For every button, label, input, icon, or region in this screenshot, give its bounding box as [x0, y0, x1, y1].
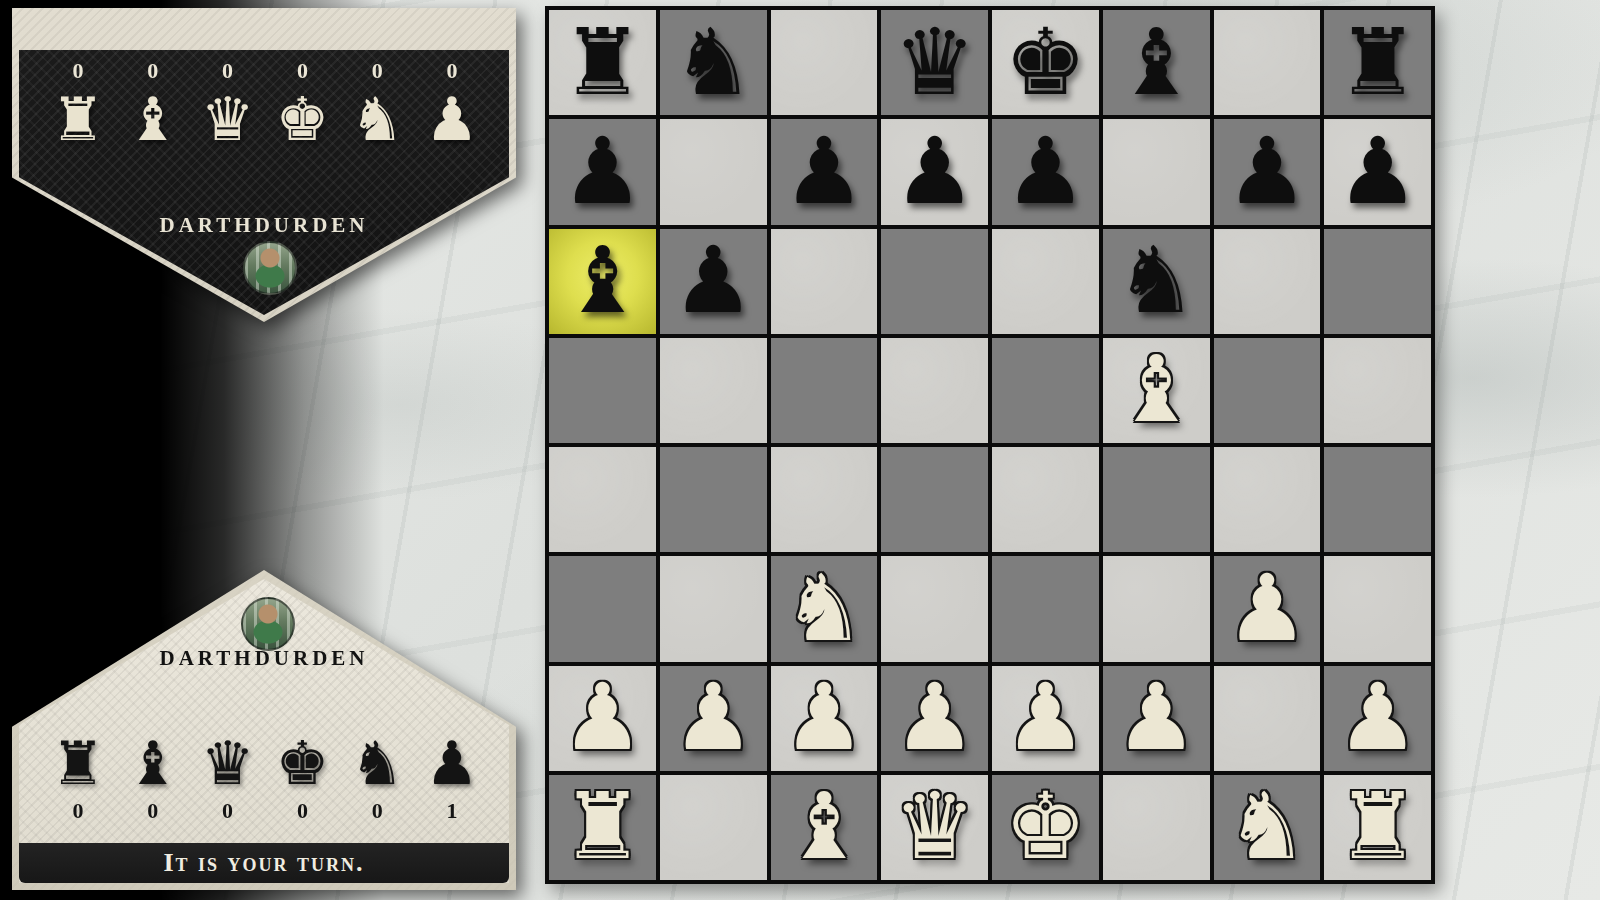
captured-count-rook: 0: [73, 796, 84, 826]
chess-board: ♜♞♛♚♝♜♟♟♟♟♟♟♝♟♞♝♞♟♟♟♟♟♟♟♟♜♝♛♚♞♜: [545, 6, 1435, 884]
white-king-icon: ♚: [275, 86, 329, 152]
square-f1[interactable]: [1103, 775, 1210, 880]
piece-black-pawn: ♟: [1336, 126, 1418, 218]
piece-white-bishop: ♝: [1115, 344, 1197, 436]
square-g4[interactable]: [1214, 447, 1321, 552]
square-e6[interactable]: [992, 229, 1099, 334]
captured-count-pawn: 1: [446, 796, 457, 826]
captured-count-king: 0: [297, 796, 308, 826]
piece-white-bishop: ♝: [783, 781, 865, 873]
square-h1[interactable]: ♜: [1324, 775, 1431, 880]
square-e1[interactable]: ♚: [992, 775, 1099, 880]
piece-white-pawn: ♟: [672, 672, 754, 764]
piece-white-queen: ♛: [893, 781, 975, 873]
piece-black-pawn: ♟: [893, 126, 975, 218]
square-e4[interactable]: [992, 447, 1099, 552]
player-name: DARTHDURDEN: [12, 646, 516, 671]
piece-white-rook: ♜: [1336, 781, 1418, 873]
square-h7[interactable]: ♟: [1324, 119, 1431, 224]
square-d7[interactable]: ♟: [881, 119, 988, 224]
opponent-name: DARTHDURDEN: [12, 213, 516, 238]
square-f8[interactable]: ♝: [1103, 10, 1210, 115]
square-a5[interactable]: [549, 338, 656, 443]
turn-status-bar: It is your turn.: [19, 843, 509, 883]
square-c5[interactable]: [771, 338, 878, 443]
black-queen-icon: ♛: [201, 730, 255, 796]
square-c8[interactable]: [771, 10, 878, 115]
square-b8[interactable]: ♞: [660, 10, 767, 115]
square-d6[interactable]: [881, 229, 988, 334]
piece-white-king: ♚: [1004, 781, 1086, 873]
square-e7[interactable]: ♟: [992, 119, 1099, 224]
square-f7[interactable]: [1103, 119, 1210, 224]
square-c2[interactable]: ♟: [771, 666, 878, 771]
square-b6[interactable]: ♟: [660, 229, 767, 334]
piece-white-pawn: ♟: [1115, 672, 1197, 764]
piece-black-knight: ♞: [1115, 235, 1197, 327]
opponent-panel: 0♜0♝0♛0♚0♞0♟ DARTHDURDEN: [12, 8, 516, 322]
captured-count-pawn: 0: [446, 56, 457, 86]
square-c7[interactable]: ♟: [771, 119, 878, 224]
square-c6[interactable]: [771, 229, 878, 334]
square-f2[interactable]: ♟: [1103, 666, 1210, 771]
square-b4[interactable]: [660, 447, 767, 552]
black-rook-icon: ♜: [51, 730, 105, 796]
opponent-captured-tray: 0♜0♝0♛0♚0♞0♟: [12, 56, 516, 152]
square-h3[interactable]: [1324, 556, 1431, 661]
square-d4[interactable]: [881, 447, 988, 552]
square-h5[interactable]: [1324, 338, 1431, 443]
square-e2[interactable]: ♟: [992, 666, 1099, 771]
square-h4[interactable]: [1324, 447, 1431, 552]
piece-black-bishop: ♝: [561, 235, 643, 327]
piece-white-pawn: ♟: [1226, 563, 1308, 655]
white-knight-capture-slot: 0♞: [341, 56, 413, 152]
square-a6[interactable]: ♝: [549, 229, 656, 334]
square-c3[interactable]: ♞: [771, 556, 878, 661]
captured-count-bishop: 0: [147, 796, 158, 826]
square-b5[interactable]: [660, 338, 767, 443]
white-pawn-capture-slot: 0♟: [416, 56, 488, 152]
player-avatar[interactable]: [241, 597, 295, 651]
captured-count-queen: 0: [222, 796, 233, 826]
black-king-capture-slot: ♚0: [266, 730, 338, 826]
square-h8[interactable]: ♜: [1324, 10, 1431, 115]
square-a4[interactable]: [549, 447, 656, 552]
square-a8[interactable]: ♜: [549, 10, 656, 115]
piece-black-king: ♚: [1004, 17, 1086, 109]
piece-white-pawn: ♟: [1336, 672, 1418, 764]
piece-white-knight: ♞: [783, 563, 865, 655]
square-e3[interactable]: [992, 556, 1099, 661]
square-f6[interactable]: ♞: [1103, 229, 1210, 334]
square-a7[interactable]: ♟: [549, 119, 656, 224]
square-d1[interactable]: ♛: [881, 775, 988, 880]
piece-black-pawn: ♟: [1004, 126, 1086, 218]
square-b3[interactable]: [660, 556, 767, 661]
square-b1[interactable]: [660, 775, 767, 880]
white-knight-icon: ♞: [350, 86, 404, 152]
white-rook-capture-slot: 0♜: [42, 56, 114, 152]
black-rook-capture-slot: ♜0: [42, 730, 114, 826]
square-a1[interactable]: ♜: [549, 775, 656, 880]
piece-black-pawn: ♟: [561, 126, 643, 218]
square-b2[interactable]: ♟: [660, 666, 767, 771]
black-queen-capture-slot: ♛0: [192, 730, 264, 826]
turn-status-text: It is your turn.: [163, 848, 364, 878]
piece-white-pawn: ♟: [561, 672, 643, 764]
white-rook-icon: ♜: [51, 86, 105, 152]
captured-count-knight: 0: [372, 796, 383, 826]
black-knight-icon: ♞: [350, 730, 404, 796]
piece-black-pawn: ♟: [783, 126, 865, 218]
black-knight-capture-slot: ♞0: [341, 730, 413, 826]
square-e5[interactable]: [992, 338, 1099, 443]
captured-count-queen: 0: [222, 56, 233, 86]
black-bishop-capture-slot: ♝0: [117, 730, 189, 826]
white-pawn-icon: ♟: [425, 86, 479, 152]
white-bishop-capture-slot: 0♝: [117, 56, 189, 152]
square-d3[interactable]: [881, 556, 988, 661]
square-g7[interactable]: ♟: [1214, 119, 1321, 224]
captured-count-knight: 0: [372, 56, 383, 86]
black-pawn-icon: ♟: [425, 730, 479, 796]
black-bishop-icon: ♝: [126, 730, 180, 796]
white-bishop-icon: ♝: [126, 86, 180, 152]
black-pawn-capture-slot: ♟1: [416, 730, 488, 826]
square-b7[interactable]: [660, 119, 767, 224]
captured-count-bishop: 0: [147, 56, 158, 86]
piece-white-pawn: ♟: [1004, 672, 1086, 764]
square-g2[interactable]: [1214, 666, 1321, 771]
square-a2[interactable]: ♟: [549, 666, 656, 771]
player-captured-tray: ♜0♝0♛0♚0♞0♟1: [12, 730, 516, 826]
piece-black-pawn: ♟: [1226, 126, 1308, 218]
square-d2[interactable]: ♟: [881, 666, 988, 771]
square-f5[interactable]: ♝: [1103, 338, 1210, 443]
square-d8[interactable]: ♛: [881, 10, 988, 115]
square-g1[interactable]: ♞: [1214, 775, 1321, 880]
player-panel: DARTHDURDEN ♜0♝0♛0♚0♞0♟1 It is your turn…: [12, 570, 516, 890]
square-c4[interactable]: [771, 447, 878, 552]
square-f3[interactable]: [1103, 556, 1210, 661]
black-king-icon: ♚: [275, 730, 329, 796]
square-g5[interactable]: [1214, 338, 1321, 443]
piece-white-knight: ♞: [1226, 781, 1308, 873]
opponent-avatar[interactable]: [243, 241, 297, 295]
square-g6[interactable]: [1214, 229, 1321, 334]
square-g3[interactable]: ♟: [1214, 556, 1321, 661]
captured-count-rook: 0: [73, 56, 84, 86]
piece-black-queen: ♛: [893, 17, 975, 109]
white-queen-capture-slot: 0♛: [192, 56, 264, 152]
piece-black-rook: ♜: [561, 17, 643, 109]
piece-black-knight: ♞: [672, 17, 754, 109]
square-a3[interactable]: [549, 556, 656, 661]
square-f4[interactable]: [1103, 447, 1210, 552]
square-c1[interactable]: ♝: [771, 775, 878, 880]
square-e8[interactable]: ♚: [992, 10, 1099, 115]
piece-white-rook: ♜: [561, 781, 643, 873]
square-g8[interactable]: [1214, 10, 1321, 115]
captured-count-king: 0: [297, 56, 308, 86]
piece-white-pawn: ♟: [783, 672, 865, 764]
piece-black-rook: ♜: [1336, 17, 1418, 109]
square-d5[interactable]: [881, 338, 988, 443]
square-h6[interactable]: [1324, 229, 1431, 334]
piece-black-bishop: ♝: [1115, 17, 1197, 109]
piece-white-pawn: ♟: [893, 672, 975, 764]
white-king-capture-slot: 0♚: [266, 56, 338, 152]
square-h2[interactable]: ♟: [1324, 666, 1431, 771]
piece-black-pawn: ♟: [672, 235, 754, 327]
white-queen-icon: ♛: [201, 86, 255, 152]
